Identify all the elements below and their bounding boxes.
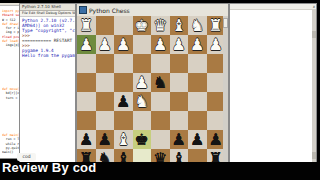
square-d2[interactable]: ♟ — [151, 35, 170, 54]
square-g7[interactable]: ♟ — [96, 130, 115, 149]
piece-wP: ♟ — [79, 35, 93, 54]
vertical-scrollbar[interactable] — [223, 16, 228, 167]
square-g4[interactable] — [96, 73, 115, 92]
square-e4[interactable]: ♟ — [133, 73, 152, 92]
piece-wB: ♝ — [116, 130, 130, 149]
scrollbar-thumb[interactable] — [312, 152, 316, 159]
square-e2[interactable] — [133, 35, 152, 54]
square-b6[interactable] — [188, 111, 207, 130]
chess-app-icon — [79, 6, 87, 14]
square-g3[interactable] — [96, 54, 115, 73]
scrollbar-up-arrow[interactable] — [312, 31, 316, 38]
square-h4[interactable] — [77, 73, 96, 92]
square-b5[interactable] — [188, 92, 207, 111]
piece-bK: ♚ — [135, 130, 149, 149]
screenshot-stage: import py#board seW = 512def draw( for r… — [0, 0, 320, 180]
square-f4[interactable] — [114, 73, 133, 92]
square-c3[interactable] — [170, 54, 189, 73]
piece-wR: ♜ — [209, 16, 223, 35]
piece-wK: ♚ — [135, 16, 149, 35]
editor-code-cluster: def move( bd[r][c turn = — [2, 87, 19, 100]
square-g2[interactable]: ♟ — [96, 35, 115, 54]
piece-bP: ♟ — [79, 130, 93, 149]
piece-wP: ♟ — [98, 35, 112, 54]
idle-shell-window: Python 2.7.10 Shell File Edit Shell Debu… — [19, 3, 76, 166]
square-h7[interactable]: ♟ — [77, 130, 96, 149]
editor-code-cluster: import py#board seW = 512def draw( for r… — [2, 9, 19, 48]
blank-window-title-bar[interactable]: x — [230, 4, 316, 10]
code-editor-window: import py#board seW = 512def draw( for r… — [0, 0, 20, 159]
piece-wP: ♟ — [116, 35, 130, 54]
square-d6[interactable] — [151, 111, 170, 130]
square-h5[interactable] — [77, 92, 96, 111]
caption-text: Review By cod — [2, 160, 96, 175]
square-c4[interactable] — [170, 73, 189, 92]
square-e5[interactable]: ♞ — [133, 92, 152, 111]
piece-bP: ♟ — [172, 130, 186, 149]
square-f2[interactable]: ♟ — [114, 35, 133, 54]
square-d5[interactable] — [151, 92, 170, 111]
piece-wP: ♟ — [172, 35, 186, 54]
editor-code-cluster: def main( run = T while r py.quitmain() — [2, 133, 19, 154]
piece-wR: ♜ — [79, 16, 93, 35]
shell-title-bar[interactable]: Python 2.7.10 Shell — [20, 4, 75, 11]
square-f3[interactable] — [114, 54, 133, 73]
square-e7[interactable]: ♚ — [133, 130, 152, 149]
top-black-strip — [0, 0, 320, 3]
square-c1[interactable]: ♝ — [170, 16, 189, 35]
square-g6[interactable] — [96, 111, 115, 130]
square-h6[interactable] — [77, 111, 96, 130]
editor-code-line: run = T — [2, 137, 19, 141]
square-d7[interactable] — [151, 130, 170, 149]
piece-wP: ♟ — [209, 35, 223, 54]
scrollbar-thumb[interactable] — [223, 18, 228, 28]
square-c6[interactable] — [170, 111, 189, 130]
editor-code-line: imgs[p] — [2, 43, 19, 47]
square-b7[interactable]: ♟ — [188, 130, 207, 149]
square-b3[interactable] — [188, 54, 207, 73]
piece-wP: ♟ — [135, 73, 149, 92]
square-f1[interactable] — [114, 16, 133, 35]
square-e6[interactable] — [133, 111, 152, 130]
square-c2[interactable]: ♟ — [170, 35, 189, 54]
square-f6[interactable] — [114, 111, 133, 130]
square-b2[interactable]: ♟ — [188, 35, 207, 54]
square-h1[interactable]: ♜ — [77, 16, 96, 35]
editor-code-line: bd[r][c — [2, 91, 19, 95]
piece-bP: ♟ — [116, 92, 130, 111]
piece-wN: ♞ — [135, 92, 149, 111]
square-g5[interactable] — [96, 92, 115, 111]
blank-document-window: x — [229, 3, 317, 166]
chess-board: ♜♚♛♝♞♜♟♟♟♟♟♟♟♟♞♟♞♟♟♝♚♟♟♟♜♞♝♛♝♜ — [77, 16, 225, 168]
square-e3[interactable] — [133, 54, 152, 73]
piece-wN: ♞ — [190, 16, 204, 35]
square-d3[interactable] — [151, 54, 170, 73]
square-f7[interactable]: ♝ — [114, 130, 133, 149]
square-g1[interactable] — [96, 16, 115, 35]
square-c7[interactable]: ♟ — [170, 130, 189, 149]
square-e1[interactable]: ♚ — [133, 16, 152, 35]
shell-text[interactable]: Python 2.7.10 (v2.7.AMD64)] on win32Type… — [20, 17, 75, 58]
piece-bP: ♟ — [190, 130, 204, 149]
chess-game-window: Python Chess ♜♚♛♝♞♜♟♟♟♟♟♟♟♟♞♟♞♟♟♝♚♟♟♟♜♞♝… — [76, 3, 229, 166]
blank-window-scrollbar[interactable] — [312, 9, 316, 165]
editor-code-line: #board se — [2, 13, 19, 17]
piece-bP: ♟ — [209, 130, 223, 149]
piece-bN: ♞ — [153, 73, 167, 92]
square-d1[interactable]: ♛ — [151, 16, 170, 35]
square-b4[interactable] — [188, 73, 207, 92]
piece-bP: ♟ — [98, 130, 112, 149]
piece-wP: ♟ — [153, 35, 167, 54]
square-f5[interactable]: ♟ — [114, 92, 133, 111]
piece-wP: ♟ — [190, 35, 204, 54]
piece-wQ: ♛ — [153, 16, 167, 35]
square-h2[interactable]: ♟ — [77, 35, 96, 54]
square-d4[interactable]: ♞ — [151, 73, 170, 92]
square-h3[interactable] — [77, 54, 96, 73]
chess-window-title: Python Chess — [89, 7, 130, 14]
editor-code-line: turn = — [2, 96, 19, 100]
shell-line: Hello from the pygam — [22, 53, 75, 58]
square-c5[interactable] — [170, 92, 189, 111]
piece-wB: ♝ — [172, 16, 186, 35]
square-b1[interactable]: ♞ — [188, 16, 207, 35]
